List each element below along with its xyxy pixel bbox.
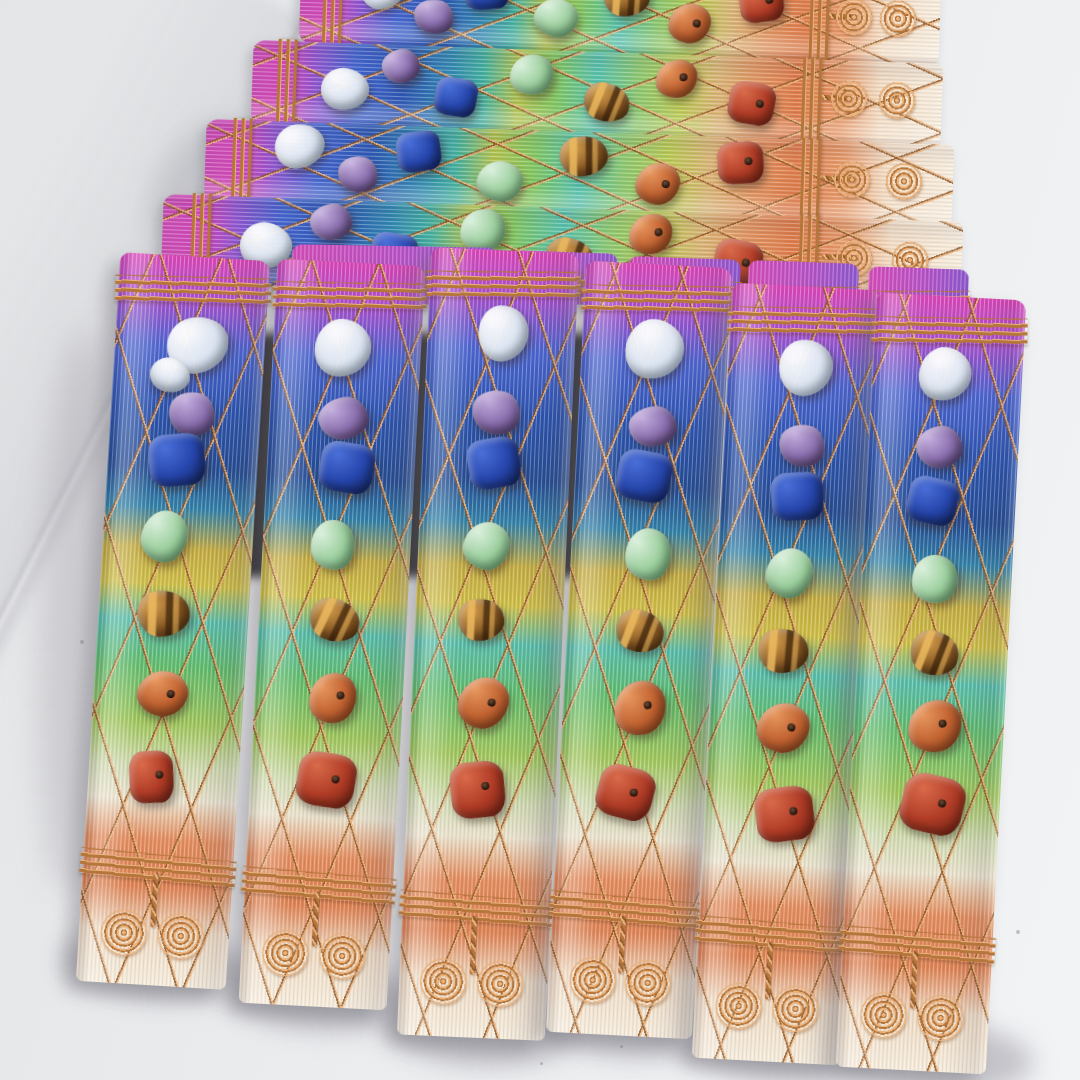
stone-jasper	[716, 140, 765, 185]
bead-drill-hole	[629, 787, 639, 797]
bead-drill-hole	[481, 782, 490, 791]
bead-drill-hole	[336, 691, 345, 700]
copper-wrap-left-end	[275, 39, 298, 128]
bead-drill-hole	[755, 99, 764, 108]
bead-drill-hole	[937, 798, 947, 808]
bead-drill-hole	[939, 719, 948, 728]
surface-speckle-2	[1016, 930, 1020, 934]
quartz-highlight	[170, 320, 208, 348]
copper-wrap-top	[427, 271, 581, 298]
stone-lapis	[147, 432, 207, 488]
copper-wrap-before-tip	[799, 57, 822, 146]
copper-wrap-left-end	[230, 118, 253, 207]
copper-wrap-before-tip	[798, 138, 821, 227]
copper-wrap-top	[727, 306, 881, 335]
quartz-highlight	[926, 347, 959, 375]
surface-speckle-8	[620, 1045, 623, 1048]
stone-lapis	[770, 471, 824, 522]
quartz-highlight	[783, 344, 815, 370]
surface-speckle-5	[80, 640, 84, 644]
copper-wrap-left-end	[321, 0, 344, 46]
stone-jasper	[753, 783, 817, 844]
quartz-highlight	[156, 357, 182, 378]
bead-drill-hole	[643, 700, 652, 709]
copper-wrap-before-tip	[807, 0, 830, 63]
quartz-highlight	[634, 320, 670, 351]
stone-lapis	[394, 129, 443, 175]
bead-drill-hole	[654, 228, 663, 237]
copper-wrap-top	[581, 284, 733, 313]
stone-jasper	[448, 759, 507, 820]
stone-lapis	[316, 439, 377, 497]
surface-speckle-4	[540, 1062, 543, 1065]
bead-drill-hole	[744, 157, 753, 166]
stone-lapis	[464, 434, 524, 492]
bead-drill-hole	[693, 19, 702, 28]
quartz-highlight	[322, 320, 357, 349]
bead-drill-hole	[331, 774, 340, 783]
bead-drill-hole	[764, 0, 773, 4]
copper-wrap-top	[871, 316, 1027, 345]
bead-drill-hole	[787, 723, 796, 732]
photo-scene	[0, 0, 1080, 1080]
bead-drill-hole	[660, 179, 669, 188]
bead-drill-hole	[155, 770, 163, 778]
copper-wrap-top	[115, 274, 272, 304]
bead-drill-hole	[166, 689, 176, 699]
stone-jasper	[294, 748, 360, 810]
bead-drill-hole	[680, 73, 689, 82]
bead-drill-hole	[788, 806, 797, 815]
quartz-highlight	[483, 309, 512, 333]
quartz-highlight	[278, 126, 307, 146]
copper-wrap-top	[273, 281, 427, 310]
bead-drill-hole	[487, 698, 497, 708]
stone-jasper	[128, 750, 174, 804]
quartz-highlight	[247, 223, 279, 247]
quartz-highlight	[327, 69, 356, 90]
